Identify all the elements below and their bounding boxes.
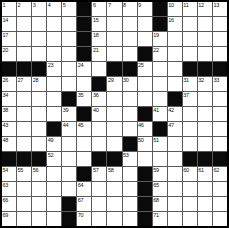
clue-number-35: 35 [78,92,84,98]
cell-r3c5[interactable] [62,32,76,46]
cell-r2c7[interactable]: 15 [92,17,106,31]
clue-number-24: 24 [78,62,84,68]
cell-r14c9[interactable] [123,197,137,211]
black-cell-r11c7 [92,152,106,166]
cell-r13c8[interactable] [107,182,121,196]
clue-number-60: 60 [183,167,189,173]
cell-r14c2[interactable] [17,197,31,211]
cell-r4c12[interactable] [168,47,182,61]
clue-number-39: 39 [63,107,69,113]
cell-r8c9[interactable] [123,107,137,121]
clue-number-33: 33 [213,77,219,83]
clue-number-6: 6 [93,2,96,8]
black-cell-r14c5 [62,197,76,211]
cell-r4c15[interactable] [213,47,227,61]
cell-r9c10[interactable]: 46 [138,122,152,136]
clue-number-71: 71 [153,212,159,218]
clue-number-36: 36 [93,92,99,98]
cell-r8c13[interactable] [183,107,197,121]
black-cell-r10c9 [123,137,137,151]
cell-r1c10[interactable]: 9 [138,2,152,16]
cell-r4c3[interactable] [32,47,46,61]
cell-r12c8[interactable]: 58 [107,167,121,181]
black-cell-r7c5 [62,92,76,106]
clue-number-27: 27 [18,77,24,83]
cell-r14c3[interactable] [32,197,46,211]
black-cell-r11c14 [198,152,212,166]
clue-number-53: 53 [123,152,129,158]
cell-r13c12[interactable] [168,182,182,196]
cell-r1c12[interactable]: 10 [168,2,182,16]
cell-r6c12[interactable] [168,77,182,91]
black-cell-r5c15 [213,62,227,76]
cell-r7c14[interactable] [198,92,212,106]
cell-r9c2[interactable] [17,122,31,136]
cell-r15c2[interactable] [17,212,31,226]
cell-r8c14[interactable] [198,107,212,121]
cell-r1c2[interactable]: 2 [17,2,31,16]
cell-r12c12[interactable] [168,167,182,181]
cell-r2c14[interactable] [198,17,212,31]
cell-r1c15[interactable]: 13 [213,2,227,16]
cell-r15c12[interactable] [168,212,182,226]
cell-r1c5[interactable]: 5 [62,2,76,16]
clue-number-42: 42 [168,107,174,113]
clue-number-2: 2 [18,2,21,8]
clue-number-44: 44 [63,122,69,128]
crossword-grid: 1234567891011121314151617181920212223242… [0,0,229,228]
cell-r5c4[interactable]: 23 [47,62,61,76]
cell-r12c5[interactable] [62,167,76,181]
black-cell-r15c5 [62,212,76,226]
crossword-puzzle: 1234567891011121314151617181920212223242… [0,0,229,228]
cell-r8c12[interactable]: 42 [168,107,182,121]
cell-r8c11[interactable]: 41 [153,107,167,121]
clue-number-47: 47 [168,122,174,128]
cell-r15c1[interactable]: 69 [2,212,16,226]
clue-number-69: 69 [3,212,9,218]
clue-number-28: 28 [33,77,39,83]
clue-number-29: 29 [108,77,114,83]
cell-r10c11[interactable]: 51 [153,137,167,151]
cell-r3c7[interactable]: 18 [92,32,106,46]
cell-r6c2[interactable]: 27 [17,77,31,91]
cell-r6c11[interactable] [153,77,167,91]
clue-number-21: 21 [93,47,99,53]
cell-r3c8[interactable] [107,32,121,46]
cell-r15c6[interactable]: 70 [77,212,91,226]
cell-r6c1[interactable]: 26 [2,77,16,91]
cell-r2c15[interactable] [213,17,227,31]
cell-r13c11[interactable]: 65 [153,182,167,196]
cell-r3c14[interactable] [198,32,212,46]
clue-number-48: 48 [3,137,9,143]
cell-r4c14[interactable] [198,47,212,61]
black-cell-r8c6 [77,107,91,121]
cell-r7c1[interactable]: 34 [2,92,16,106]
cell-r8c8[interactable] [107,107,121,121]
cell-r2c12[interactable]: 16 [168,17,182,31]
cell-r11c9[interactable]: 53 [123,152,137,166]
black-cell-r11c13 [183,152,197,166]
cell-r4c7[interactable]: 21 [92,47,106,61]
cell-r11c11[interactable] [153,152,167,166]
black-cell-r5c14 [198,62,212,76]
cell-r3c13[interactable] [183,32,197,46]
clue-number-5: 5 [63,2,66,8]
cell-r9c5[interactable]: 44 [62,122,76,136]
cell-r1c13[interactable]: 11 [183,2,197,16]
clue-number-22: 22 [153,47,159,53]
cell-r6c3[interactable]: 28 [32,77,46,91]
cell-r14c15[interactable] [213,197,227,211]
cell-r15c14[interactable] [198,212,212,226]
cell-r10c4[interactable]: 49 [47,137,61,151]
cell-r8c2[interactable] [17,107,31,121]
cell-r10c13[interactable] [183,137,197,151]
cell-r10c5[interactable] [62,137,76,151]
cell-r7c10[interactable] [138,92,152,106]
black-cell-r11c15 [213,152,227,166]
cell-r4c11[interactable]: 22 [153,47,167,61]
clue-number-8: 8 [123,2,126,8]
cell-r3c2[interactable] [17,32,31,46]
cell-r15c7[interactable] [92,212,106,226]
cell-r14c4[interactable] [47,197,61,211]
cell-r13c6[interactable]: 64 [77,182,91,196]
cell-r11c5[interactable] [62,152,76,166]
clue-number-7: 7 [108,2,111,8]
clue-number-52: 52 [48,152,54,158]
cell-r12c13[interactable]: 60 [183,167,197,181]
cell-r10c15[interactable] [213,137,227,151]
clue-number-16: 16 [168,17,174,23]
cell-r5c5[interactable] [62,62,76,76]
cell-r2c9[interactable] [123,17,137,31]
cell-r6c13[interactable]: 31 [183,77,197,91]
clue-number-41: 41 [153,107,159,113]
cell-r10c14[interactable] [198,137,212,151]
cell-r2c5[interactable] [62,17,76,31]
black-cell-r5c13 [183,62,197,76]
black-cell-r5c3 [32,62,46,76]
clue-number-31: 31 [183,77,189,83]
cell-r1c8[interactable]: 7 [107,2,121,16]
cell-r9c13[interactable] [183,122,197,136]
cell-r15c3[interactable] [32,212,46,226]
clue-number-11: 11 [183,2,188,8]
cell-r2c13[interactable] [183,17,197,31]
cell-r15c8[interactable] [107,212,121,226]
cell-r8c4[interactable] [47,107,61,121]
cell-r8c7[interactable]: 40 [92,107,106,121]
cell-r12c4[interactable] [47,167,61,181]
clue-number-43: 43 [3,122,9,128]
black-cell-r12c10 [138,167,152,181]
cell-r13c9[interactable] [123,182,137,196]
cell-r4c4[interactable] [47,47,61,61]
cell-r10c7[interactable] [92,137,106,151]
clue-number-67: 67 [78,197,84,203]
clue-number-40: 40 [93,107,99,113]
clue-number-70: 70 [78,212,84,218]
cell-r15c11[interactable]: 71 [153,212,167,226]
clue-number-17: 17 [3,32,9,38]
cell-r14c14[interactable] [198,197,212,211]
cell-r13c1[interactable]: 63 [2,182,16,196]
cell-r15c9[interactable] [123,212,137,226]
clue-number-18: 18 [93,32,99,38]
clue-number-4: 4 [48,2,51,8]
clue-number-34: 34 [3,92,9,98]
black-cell-r7c12 [168,92,182,106]
clue-number-49: 49 [48,137,54,143]
cell-r9c6[interactable]: 45 [77,122,91,136]
cell-r5c7[interactable] [92,62,106,76]
clue-number-66: 66 [3,197,9,203]
cell-r6c8[interactable]: 29 [107,77,121,91]
cell-r4c2[interactable] [17,47,31,61]
black-cell-r11c2 [17,152,31,166]
cell-r2c8[interactable] [107,17,121,31]
cell-r10c10[interactable]: 50 [138,137,152,151]
cell-r9c8[interactable] [107,122,121,136]
cell-r9c9[interactable] [123,122,137,136]
cell-r8c3[interactable] [32,107,46,121]
cell-r14c1[interactable]: 66 [2,197,16,211]
clue-number-25: 25 [138,62,144,68]
cell-r12c1[interactable]: 54 [2,167,16,181]
cell-r1c4[interactable]: 4 [47,2,61,16]
cell-r9c7[interactable] [92,122,106,136]
cell-r4c5[interactable] [62,47,76,61]
cell-r2c3[interactable] [32,17,46,31]
cell-r5c11[interactable] [153,62,167,76]
cell-r12c14[interactable]: 61 [198,167,212,181]
cell-r13c2[interactable] [17,182,31,196]
cell-r7c9[interactable] [123,92,137,106]
cell-r9c15[interactable] [213,122,227,136]
clue-number-23: 23 [48,62,54,68]
cell-r6c5[interactable] [62,77,76,91]
cell-r11c4[interactable]: 52 [47,152,61,166]
cell-r4c9[interactable] [123,47,137,61]
black-cell-r5c2 [17,62,31,76]
black-cell-r11c8 [107,152,121,166]
black-cell-r1c11 [153,2,167,16]
cell-r15c4[interactable] [47,212,61,226]
clue-number-3: 3 [33,2,36,8]
cell-r6c10[interactable] [138,77,152,91]
black-cell-r12c6 [77,167,91,181]
cell-r10c1[interactable]: 48 [2,137,16,151]
cell-r6c15[interactable]: 33 [213,77,227,91]
black-cell-r13c10 [138,182,152,196]
clue-number-59: 59 [153,167,159,173]
cell-r2c4[interactable] [47,17,61,31]
cell-r7c2[interactable] [17,92,31,106]
cell-r7c15[interactable] [213,92,227,106]
clue-number-10: 10 [168,2,174,8]
clue-number-63: 63 [3,182,9,188]
clue-number-30: 30 [123,77,129,83]
cell-r6c9[interactable]: 30 [123,77,137,91]
cell-r9c12[interactable]: 47 [168,122,182,136]
clue-number-38: 38 [3,107,9,113]
cell-r2c10[interactable] [138,17,152,31]
cell-r3c12[interactable] [168,32,182,46]
cell-r5c6[interactable]: 24 [77,62,91,76]
cell-r6c4[interactable] [47,77,61,91]
cell-r7c4[interactable] [47,92,61,106]
cell-r1c3[interactable]: 3 [32,2,46,16]
clue-number-54: 54 [3,167,9,173]
clue-number-20: 20 [3,47,9,53]
clue-number-26: 26 [3,77,9,83]
cell-r3c11[interactable]: 19 [153,32,167,46]
cell-r9c14[interactable] [198,122,212,136]
black-cell-r5c9 [123,62,137,76]
clue-number-45: 45 [78,122,84,128]
black-cell-r6c7 [92,77,106,91]
cell-r7c3[interactable] [32,92,46,106]
black-cell-r9c11 [153,122,167,136]
cell-r12c7[interactable]: 57 [92,167,106,181]
clue-number-13: 13 [213,2,219,8]
cell-r7c8[interactable] [107,92,121,106]
clue-number-64: 64 [78,182,84,188]
cell-r5c10[interactable]: 25 [138,62,152,76]
clue-number-19: 19 [153,32,159,38]
cell-r9c1[interactable]: 43 [2,122,16,136]
cell-r10c8[interactable] [107,137,121,151]
cell-r12c15[interactable]: 62 [213,167,227,181]
black-cell-r11c1 [2,152,16,166]
black-cell-r1c6 [77,2,91,16]
cell-r1c1[interactable]: 1 [2,2,16,16]
cell-r4c13[interactable] [183,47,197,61]
black-cell-r11c3 [32,152,46,166]
cell-r8c15[interactable] [213,107,227,121]
cell-r10c6[interactable] [77,137,91,151]
clue-number-32: 32 [198,77,204,83]
cell-r14c11[interactable]: 68 [153,197,167,211]
cell-r4c1[interactable]: 20 [2,47,16,61]
clue-number-62: 62 [213,167,219,173]
clue-number-1: 1 [3,2,6,8]
clue-number-9: 9 [138,2,141,8]
cell-r14c13[interactable] [183,197,197,211]
cell-r13c3[interactable] [32,182,46,196]
cell-r10c3[interactable] [32,137,46,151]
clue-number-68: 68 [153,197,159,203]
black-cell-r8c10 [138,107,152,121]
black-cell-r5c8 [107,62,121,76]
cell-r13c4[interactable] [47,182,61,196]
black-cell-r4c10 [138,47,152,61]
clue-number-51: 51 [153,137,159,143]
black-cell-r5c1 [2,62,16,76]
cell-r3c3[interactable] [32,32,46,46]
clue-number-12: 12 [198,2,204,8]
cell-r11c12[interactable] [168,152,182,166]
cell-r2c1[interactable]: 14 [2,17,16,31]
cell-r13c13[interactable] [183,182,197,196]
cell-r12c9[interactable] [123,167,137,181]
cell-r14c12[interactable] [168,197,182,211]
black-cell-r2c11 [153,17,167,31]
black-cell-r14c10 [138,197,152,211]
cell-r7c13[interactable]: 37 [183,92,197,106]
black-cell-r2c6 [77,17,91,31]
cell-r3c9[interactable] [123,32,137,46]
black-cell-r4c6 [77,47,91,61]
cell-r3c4[interactable] [47,32,61,46]
cell-r13c15[interactable] [213,182,227,196]
cell-r9c3[interactable] [32,122,46,136]
cell-r6c14[interactable]: 32 [198,77,212,91]
cell-r13c5[interactable] [62,182,76,196]
clue-number-15: 15 [93,17,99,23]
cell-r14c6[interactable]: 67 [77,197,91,211]
cell-r13c7[interactable] [92,182,106,196]
cell-r15c13[interactable] [183,212,197,226]
cell-r10c2[interactable] [17,137,31,151]
cell-r10c12[interactable] [168,137,182,151]
clue-number-50: 50 [138,137,144,143]
cell-r1c7[interactable]: 6 [92,2,106,16]
clue-number-37: 37 [183,92,189,98]
cell-r15c15[interactable] [213,212,227,226]
clue-number-46: 46 [138,122,144,128]
cell-r12c11[interactable]: 59 [153,167,167,181]
clue-number-14: 14 [3,17,9,23]
cell-r4c8[interactable] [107,47,121,61]
cell-r3c10[interactable] [138,32,152,46]
cell-r1c9[interactable]: 8 [123,2,137,16]
cell-r6c6[interactable] [77,77,91,91]
cell-r7c6[interactable]: 35 [77,92,91,106]
cell-r11c6[interactable] [77,152,91,166]
cell-r1c14[interactable]: 12 [198,2,212,16]
black-cell-r15c10 [138,212,152,226]
cell-r2c2[interactable] [17,17,31,31]
cell-r3c1[interactable]: 17 [2,32,16,46]
clue-number-55: 55 [18,167,24,173]
clue-number-56: 56 [33,167,39,173]
cell-r8c5[interactable]: 39 [62,107,76,121]
cell-r8c1[interactable]: 38 [2,107,16,121]
clue-number-61: 61 [198,167,204,173]
black-cell-r9c4 [47,122,61,136]
cell-r14c8[interactable] [107,197,121,211]
cell-r13c14[interactable] [198,182,212,196]
black-cell-r3c6 [77,32,91,46]
cell-r7c7[interactable]: 36 [92,92,106,106]
cell-r14c7[interactable] [92,197,106,211]
cell-r11c10[interactable] [138,152,152,166]
cell-r12c2[interactable]: 55 [17,167,31,181]
clue-number-58: 58 [108,167,114,173]
cell-r5c12[interactable] [168,62,182,76]
clue-number-65: 65 [153,182,159,188]
cell-r3c15[interactable] [213,32,227,46]
cell-r7c11[interactable] [153,92,167,106]
cell-r12c3[interactable]: 56 [32,167,46,181]
clue-number-57: 57 [93,167,99,173]
